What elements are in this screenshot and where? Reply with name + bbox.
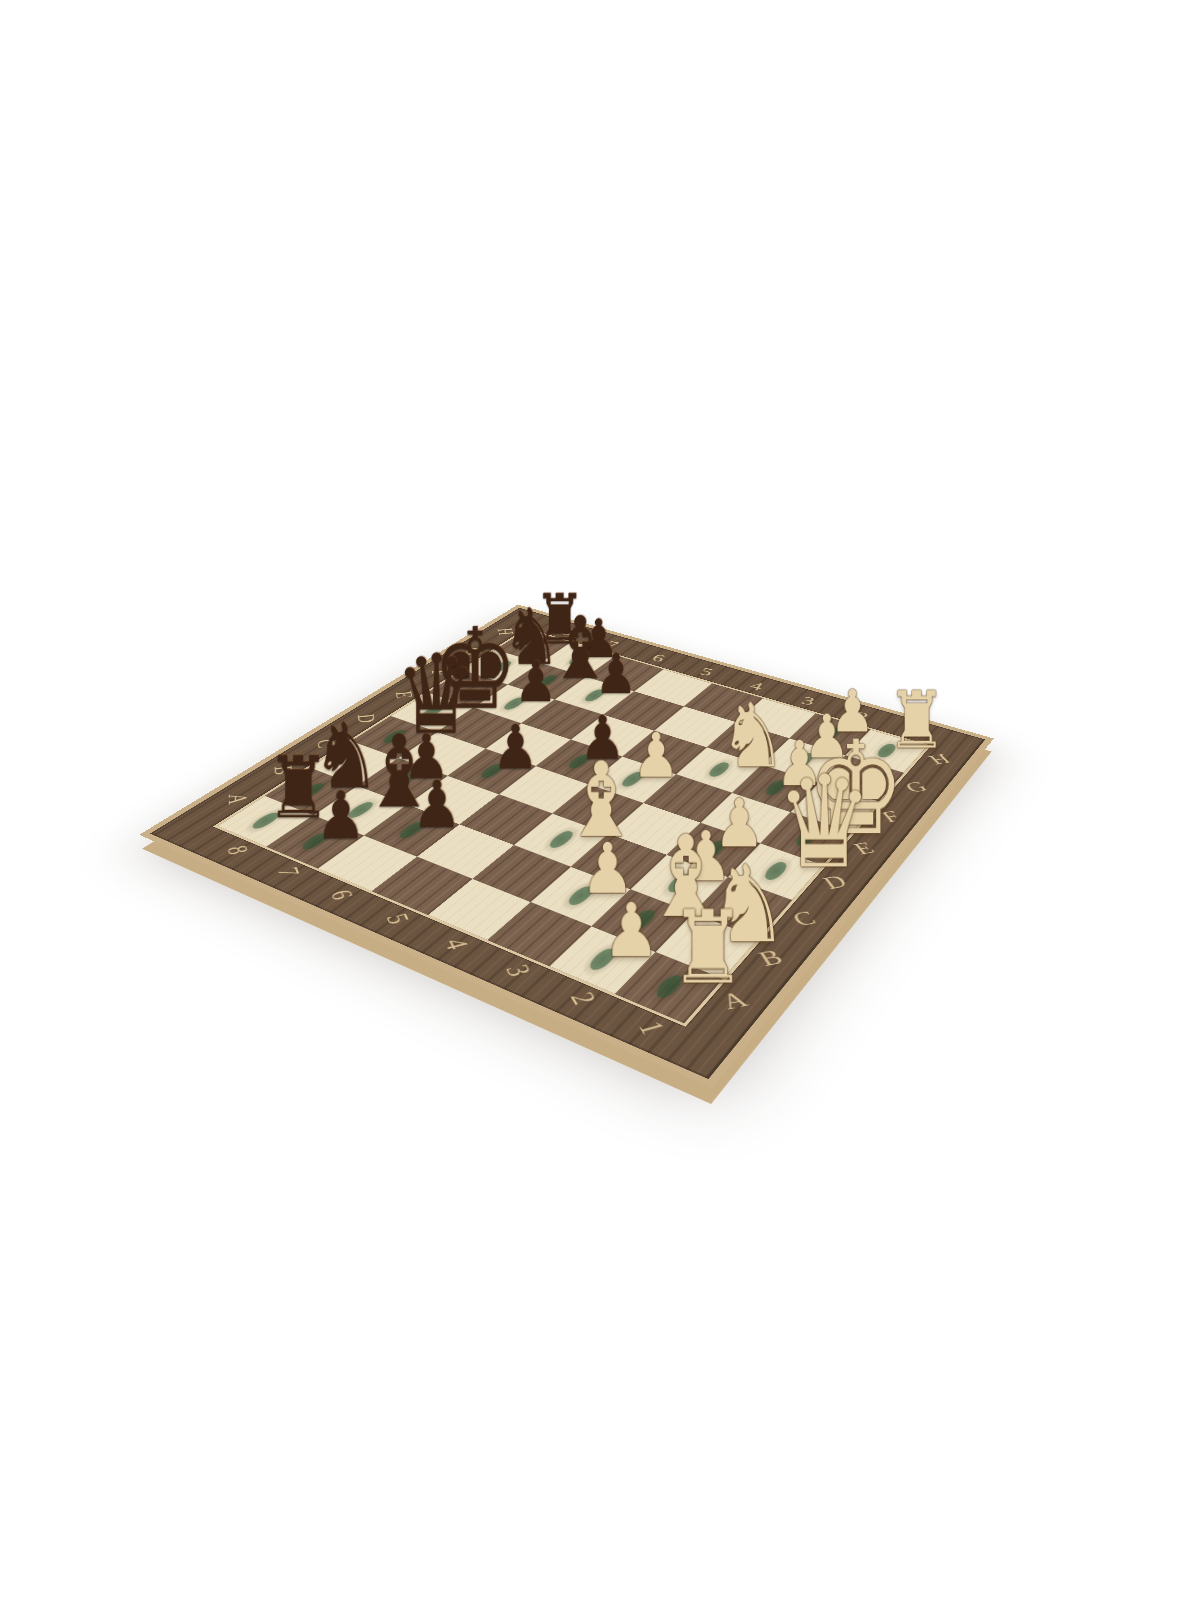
chessboard-tilted: ABCDEFGH ABCDEFGH 87654321 87654321 ♜♞♛♚…	[139, 605, 994, 1089]
photo-background: ABCDEFGH ABCDEFGH 87654321 87654321 ♜♞♛♚…	[0, 0, 1200, 1600]
board-frame: ABCDEFGH ABCDEFGH 87654321 87654321 ♜♞♛♚…	[139, 605, 994, 1089]
